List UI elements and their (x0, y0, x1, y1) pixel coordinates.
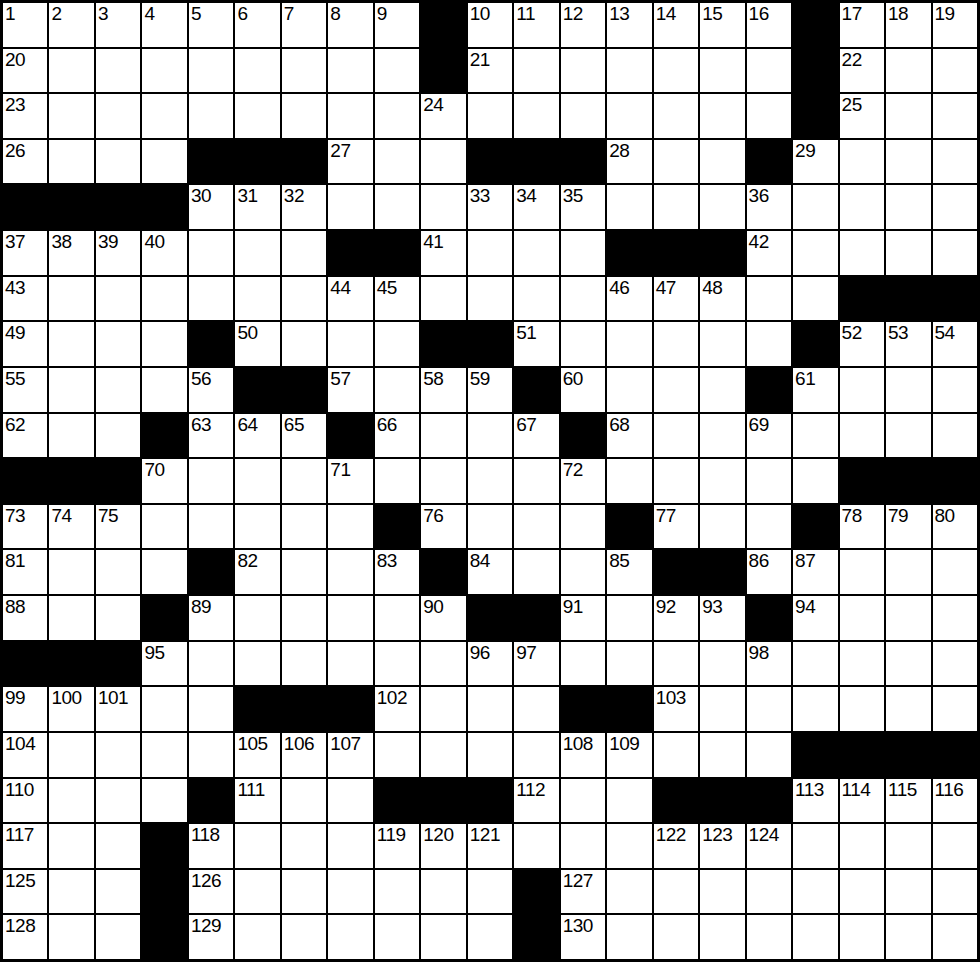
cell-8-2[interactable] (96, 368, 140, 412)
cell-11-0[interactable]: 73 (3, 505, 47, 549)
cell-10-12[interactable]: 72 (561, 459, 605, 503)
cell-12-16[interactable]: 86 (747, 550, 791, 594)
cell-6-17[interactable] (793, 277, 837, 321)
cell-4-14[interactable] (654, 185, 698, 229)
cell-4-9[interactable] (421, 185, 465, 229)
cell-9-6[interactable]: 65 (282, 414, 326, 458)
cell-0-2[interactable]: 3 (96, 3, 140, 47)
cell-17-2[interactable] (96, 779, 140, 823)
cell-19-14[interactable] (654, 870, 698, 914)
cell-0-18[interactable]: 17 (840, 3, 884, 47)
cell-5-0[interactable]: 37 (3, 231, 47, 275)
cell-6-6[interactable] (282, 277, 326, 321)
cell-15-17[interactable] (793, 687, 837, 731)
cell-7-13[interactable] (607, 322, 651, 366)
cell-6-3[interactable] (142, 277, 186, 321)
cell-17-11[interactable]: 112 (514, 779, 558, 823)
cell-10-16[interactable] (747, 459, 791, 503)
cell-19-1[interactable] (49, 870, 93, 914)
cell-15-1[interactable]: 100 (49, 687, 93, 731)
cell-2-3[interactable] (142, 94, 186, 138)
cell-2-0[interactable]: 23 (3, 94, 47, 138)
cell-19-18[interactable] (840, 870, 884, 914)
cell-10-14[interactable] (654, 459, 698, 503)
cell-7-7[interactable] (328, 322, 372, 366)
cell-14-19[interactable] (886, 642, 930, 686)
cell-4-18[interactable] (840, 185, 884, 229)
cell-15-8[interactable]: 102 (375, 687, 419, 731)
cell-20-14[interactable] (654, 915, 698, 959)
cell-18-6[interactable] (282, 824, 326, 868)
cell-8-9[interactable]: 58 (421, 368, 465, 412)
cell-5-6[interactable] (282, 231, 326, 275)
cell-14-17[interactable] (793, 642, 837, 686)
cell-15-4[interactable] (189, 687, 233, 731)
cell-15-18[interactable] (840, 687, 884, 731)
cell-11-3[interactable] (142, 505, 186, 549)
cell-14-3[interactable]: 95 (142, 642, 186, 686)
cell-4-8[interactable] (375, 185, 419, 229)
cell-10-5[interactable] (235, 459, 279, 503)
cell-4-13[interactable] (607, 185, 651, 229)
cell-14-20[interactable] (933, 642, 977, 686)
cell-14-7[interactable] (328, 642, 372, 686)
cell-9-14[interactable] (654, 414, 698, 458)
cell-9-8[interactable]: 66 (375, 414, 419, 458)
cell-11-20[interactable]: 80 (933, 505, 977, 549)
cell-19-19[interactable] (886, 870, 930, 914)
cell-4-6[interactable]: 32 (282, 185, 326, 229)
cell-16-2[interactable] (96, 733, 140, 777)
cell-15-3[interactable] (142, 687, 186, 731)
cell-17-17[interactable]: 113 (793, 779, 837, 823)
cell-11-14[interactable]: 77 (654, 505, 698, 549)
cell-1-18[interactable]: 22 (840, 49, 884, 93)
cell-3-8[interactable] (375, 140, 419, 184)
cell-5-3[interactable]: 40 (142, 231, 186, 275)
cell-1-14[interactable] (654, 49, 698, 93)
cell-8-13[interactable] (607, 368, 651, 412)
cell-13-8[interactable] (375, 596, 419, 640)
cell-6-13[interactable]: 46 (607, 277, 651, 321)
cell-12-17[interactable]: 87 (793, 550, 837, 594)
cell-4-7[interactable] (328, 185, 372, 229)
cell-4-4[interactable]: 30 (189, 185, 233, 229)
cell-13-19[interactable] (886, 596, 930, 640)
cell-4-16[interactable]: 36 (747, 185, 791, 229)
cell-8-8[interactable] (375, 368, 419, 412)
cell-19-20[interactable] (933, 870, 977, 914)
cell-19-15[interactable] (700, 870, 744, 914)
cell-13-15[interactable]: 93 (700, 596, 744, 640)
cell-13-7[interactable] (328, 596, 372, 640)
cell-15-14[interactable]: 103 (654, 687, 698, 731)
cell-9-10[interactable] (468, 414, 512, 458)
cell-6-16[interactable] (747, 277, 791, 321)
cell-12-11[interactable] (514, 550, 558, 594)
cell-15-11[interactable] (514, 687, 558, 731)
cell-18-10[interactable]: 121 (468, 824, 512, 868)
cell-14-8[interactable] (375, 642, 419, 686)
cell-18-13[interactable] (607, 824, 651, 868)
cell-8-0[interactable]: 55 (3, 368, 47, 412)
cell-2-4[interactable] (189, 94, 233, 138)
cell-17-12[interactable] (561, 779, 605, 823)
cell-17-19[interactable]: 115 (886, 779, 930, 823)
cell-1-4[interactable] (189, 49, 233, 93)
cell-18-17[interactable] (793, 824, 837, 868)
cell-10-6[interactable] (282, 459, 326, 503)
cell-17-0[interactable]: 110 (3, 779, 47, 823)
cell-14-15[interactable] (700, 642, 744, 686)
cell-1-7[interactable] (328, 49, 372, 93)
cell-12-7[interactable] (328, 550, 372, 594)
cell-11-16[interactable] (747, 505, 791, 549)
cell-1-10[interactable]: 21 (468, 49, 512, 93)
cell-3-20[interactable] (933, 140, 977, 184)
cell-19-4[interactable]: 126 (189, 870, 233, 914)
cell-13-0[interactable]: 88 (3, 596, 47, 640)
cell-6-2[interactable] (96, 277, 140, 321)
cell-1-11[interactable] (514, 49, 558, 93)
cell-18-5[interactable] (235, 824, 279, 868)
cell-19-17[interactable] (793, 870, 837, 914)
cell-10-11[interactable] (514, 459, 558, 503)
cell-0-15[interactable]: 15 (700, 3, 744, 47)
cell-7-12[interactable] (561, 322, 605, 366)
cell-2-7[interactable] (328, 94, 372, 138)
cell-6-1[interactable] (49, 277, 93, 321)
cell-0-20[interactable]: 19 (933, 3, 977, 47)
cell-14-5[interactable] (235, 642, 279, 686)
cell-6-0[interactable]: 43 (3, 277, 47, 321)
cell-7-5[interactable]: 50 (235, 322, 279, 366)
cell-8-15[interactable] (700, 368, 744, 412)
cell-1-0[interactable]: 20 (3, 49, 47, 93)
cell-10-15[interactable] (700, 459, 744, 503)
cell-7-1[interactable] (49, 322, 93, 366)
cell-12-3[interactable] (142, 550, 186, 594)
cell-2-9[interactable]: 24 (421, 94, 465, 138)
cell-4-20[interactable] (933, 185, 977, 229)
cell-17-13[interactable] (607, 779, 651, 823)
cell-5-1[interactable]: 38 (49, 231, 93, 275)
cell-18-20[interactable] (933, 824, 977, 868)
cell-3-19[interactable] (886, 140, 930, 184)
cell-17-20[interactable]: 116 (933, 779, 977, 823)
cell-17-18[interactable]: 114 (840, 779, 884, 823)
cell-18-8[interactable]: 119 (375, 824, 419, 868)
cell-2-5[interactable] (235, 94, 279, 138)
cell-20-19[interactable] (886, 915, 930, 959)
cell-2-1[interactable] (49, 94, 93, 138)
cell-0-10[interactable]: 10 (468, 3, 512, 47)
cell-11-5[interactable] (235, 505, 279, 549)
cell-18-19[interactable] (886, 824, 930, 868)
cell-0-0[interactable]: 1 (3, 3, 47, 47)
cell-13-14[interactable]: 92 (654, 596, 698, 640)
cell-16-5[interactable]: 105 (235, 733, 279, 777)
cell-19-9[interactable] (421, 870, 465, 914)
cell-7-20[interactable]: 54 (933, 322, 977, 366)
cell-18-0[interactable]: 117 (3, 824, 47, 868)
cell-2-13[interactable] (607, 94, 651, 138)
cell-6-15[interactable]: 48 (700, 277, 744, 321)
cell-9-0[interactable]: 62 (3, 414, 47, 458)
cell-14-12[interactable] (561, 642, 605, 686)
cell-2-18[interactable]: 25 (840, 94, 884, 138)
cell-11-19[interactable]: 79 (886, 505, 930, 549)
cell-3-13[interactable]: 28 (607, 140, 651, 184)
cell-0-16[interactable]: 16 (747, 3, 791, 47)
cell-17-3[interactable] (142, 779, 186, 823)
cell-8-4[interactable]: 56 (189, 368, 233, 412)
cell-12-12[interactable] (561, 550, 605, 594)
cell-19-10[interactable] (468, 870, 512, 914)
cell-5-16[interactable]: 42 (747, 231, 791, 275)
cell-16-3[interactable] (142, 733, 186, 777)
cell-16-4[interactable] (189, 733, 233, 777)
cell-20-4[interactable]: 129 (189, 915, 233, 959)
cell-3-2[interactable] (96, 140, 140, 184)
cell-18-11[interactable] (514, 824, 558, 868)
cell-5-11[interactable] (514, 231, 558, 275)
cell-9-20[interactable] (933, 414, 977, 458)
cell-0-7[interactable]: 8 (328, 3, 372, 47)
cell-18-18[interactable] (840, 824, 884, 868)
cell-12-2[interactable] (96, 550, 140, 594)
cell-7-19[interactable]: 53 (886, 322, 930, 366)
cell-20-8[interactable] (375, 915, 419, 959)
cell-0-12[interactable]: 12 (561, 3, 605, 47)
cell-6-9[interactable] (421, 277, 465, 321)
cell-1-8[interactable] (375, 49, 419, 93)
cell-7-0[interactable]: 49 (3, 322, 47, 366)
cell-11-11[interactable] (514, 505, 558, 549)
cell-3-14[interactable] (654, 140, 698, 184)
cell-8-20[interactable] (933, 368, 977, 412)
cell-3-0[interactable]: 26 (3, 140, 47, 184)
cell-10-8[interactable] (375, 459, 419, 503)
cell-1-16[interactable] (747, 49, 791, 93)
cell-9-9[interactable] (421, 414, 465, 458)
cell-5-5[interactable] (235, 231, 279, 275)
cell-1-12[interactable] (561, 49, 605, 93)
cell-5-9[interactable]: 41 (421, 231, 465, 275)
cell-19-6[interactable] (282, 870, 326, 914)
cell-3-1[interactable] (49, 140, 93, 184)
cell-2-20[interactable] (933, 94, 977, 138)
cell-20-12[interactable]: 130 (561, 915, 605, 959)
cell-16-6[interactable]: 106 (282, 733, 326, 777)
cell-11-7[interactable] (328, 505, 372, 549)
cell-7-8[interactable] (375, 322, 419, 366)
cell-2-8[interactable] (375, 94, 419, 138)
cell-2-14[interactable] (654, 94, 698, 138)
cell-19-5[interactable] (235, 870, 279, 914)
cell-0-11[interactable]: 11 (514, 3, 558, 47)
cell-11-12[interactable] (561, 505, 605, 549)
cell-14-9[interactable] (421, 642, 465, 686)
cell-3-7[interactable]: 27 (328, 140, 372, 184)
cell-11-4[interactable] (189, 505, 233, 549)
cell-20-6[interactable] (282, 915, 326, 959)
cell-5-20[interactable] (933, 231, 977, 275)
cell-9-18[interactable] (840, 414, 884, 458)
cell-8-19[interactable] (886, 368, 930, 412)
cell-10-4[interactable] (189, 459, 233, 503)
cell-0-14[interactable]: 14 (654, 3, 698, 47)
cell-9-13[interactable]: 68 (607, 414, 651, 458)
cell-18-14[interactable]: 122 (654, 824, 698, 868)
cell-7-3[interactable] (142, 322, 186, 366)
cell-19-13[interactable] (607, 870, 651, 914)
cell-8-18[interactable] (840, 368, 884, 412)
cell-12-10[interactable]: 84 (468, 550, 512, 594)
cell-5-2[interactable]: 39 (96, 231, 140, 275)
cell-5-17[interactable] (793, 231, 837, 275)
cell-11-1[interactable]: 74 (49, 505, 93, 549)
cell-7-16[interactable] (747, 322, 791, 366)
cell-5-10[interactable] (468, 231, 512, 275)
cell-14-11[interactable]: 97 (514, 642, 558, 686)
cell-8-12[interactable]: 60 (561, 368, 605, 412)
cell-14-6[interactable] (282, 642, 326, 686)
cell-15-16[interactable] (747, 687, 791, 731)
cell-1-2[interactable] (96, 49, 140, 93)
cell-3-18[interactable] (840, 140, 884, 184)
cell-1-19[interactable] (886, 49, 930, 93)
cell-20-16[interactable] (747, 915, 791, 959)
cell-4-11[interactable]: 34 (514, 185, 558, 229)
cell-7-11[interactable]: 51 (514, 322, 558, 366)
cell-16-7[interactable]: 107 (328, 733, 372, 777)
cell-14-18[interactable] (840, 642, 884, 686)
cell-6-7[interactable]: 44 (328, 277, 372, 321)
cell-11-18[interactable]: 78 (840, 505, 884, 549)
cell-4-12[interactable]: 35 (561, 185, 605, 229)
cell-14-16[interactable]: 98 (747, 642, 791, 686)
cell-0-3[interactable]: 4 (142, 3, 186, 47)
cell-6-4[interactable] (189, 277, 233, 321)
cell-19-7[interactable] (328, 870, 372, 914)
cell-9-5[interactable]: 64 (235, 414, 279, 458)
cell-3-3[interactable] (142, 140, 186, 184)
cell-9-16[interactable]: 69 (747, 414, 791, 458)
cell-0-8[interactable]: 9 (375, 3, 419, 47)
cell-16-9[interactable] (421, 733, 465, 777)
cell-11-2[interactable]: 75 (96, 505, 140, 549)
cell-9-17[interactable] (793, 414, 837, 458)
cell-10-10[interactable] (468, 459, 512, 503)
cell-0-4[interactable]: 5 (189, 3, 233, 47)
cell-7-15[interactable] (700, 322, 744, 366)
cell-13-17[interactable]: 94 (793, 596, 837, 640)
cell-20-10[interactable] (468, 915, 512, 959)
cell-16-13[interactable]: 109 (607, 733, 651, 777)
cell-6-14[interactable]: 47 (654, 277, 698, 321)
cell-16-0[interactable]: 104 (3, 733, 47, 777)
cell-16-8[interactable] (375, 733, 419, 777)
cell-0-13[interactable]: 13 (607, 3, 651, 47)
cell-12-5[interactable]: 82 (235, 550, 279, 594)
cell-20-18[interactable] (840, 915, 884, 959)
cell-16-11[interactable] (514, 733, 558, 777)
cell-20-7[interactable] (328, 915, 372, 959)
cell-2-11[interactable] (514, 94, 558, 138)
cell-1-13[interactable] (607, 49, 651, 93)
cell-12-18[interactable] (840, 550, 884, 594)
cell-19-0[interactable]: 125 (3, 870, 47, 914)
cell-16-14[interactable] (654, 733, 698, 777)
cell-2-12[interactable] (561, 94, 605, 138)
cell-17-1[interactable] (49, 779, 93, 823)
cell-8-17[interactable]: 61 (793, 368, 837, 412)
cell-2-16[interactable] (747, 94, 791, 138)
cell-20-13[interactable] (607, 915, 651, 959)
cell-8-10[interactable]: 59 (468, 368, 512, 412)
cell-18-9[interactable]: 120 (421, 824, 465, 868)
cell-6-11[interactable] (514, 277, 558, 321)
cell-11-10[interactable] (468, 505, 512, 549)
cell-13-18[interactable] (840, 596, 884, 640)
cell-12-8[interactable]: 83 (375, 550, 419, 594)
cell-16-15[interactable] (700, 733, 744, 777)
cell-9-4[interactable]: 63 (189, 414, 233, 458)
cell-2-6[interactable] (282, 94, 326, 138)
cell-1-5[interactable] (235, 49, 279, 93)
cell-7-2[interactable] (96, 322, 140, 366)
cell-16-10[interactable] (468, 733, 512, 777)
cell-4-5[interactable]: 31 (235, 185, 279, 229)
cell-0-5[interactable]: 6 (235, 3, 279, 47)
cell-5-18[interactable] (840, 231, 884, 275)
cell-9-2[interactable] (96, 414, 140, 458)
cell-4-19[interactable] (886, 185, 930, 229)
cell-6-12[interactable] (561, 277, 605, 321)
cell-8-14[interactable] (654, 368, 698, 412)
cell-15-15[interactable] (700, 687, 744, 731)
cell-9-15[interactable] (700, 414, 744, 458)
cell-7-6[interactable] (282, 322, 326, 366)
cell-14-10[interactable]: 96 (468, 642, 512, 686)
cell-10-9[interactable] (421, 459, 465, 503)
cell-18-16[interactable]: 124 (747, 824, 791, 868)
cell-1-15[interactable] (700, 49, 744, 93)
cell-2-2[interactable] (96, 94, 140, 138)
cell-1-6[interactable] (282, 49, 326, 93)
cell-7-14[interactable] (654, 322, 698, 366)
cell-3-9[interactable] (421, 140, 465, 184)
cell-17-6[interactable] (282, 779, 326, 823)
cell-11-15[interactable] (700, 505, 744, 549)
cell-16-12[interactable]: 108 (561, 733, 605, 777)
cell-19-2[interactable] (96, 870, 140, 914)
cell-7-18[interactable]: 52 (840, 322, 884, 366)
cell-12-20[interactable] (933, 550, 977, 594)
cell-20-5[interactable] (235, 915, 279, 959)
cell-4-10[interactable]: 33 (468, 185, 512, 229)
cell-20-9[interactable] (421, 915, 465, 959)
cell-0-1[interactable]: 2 (49, 3, 93, 47)
cell-10-17[interactable] (793, 459, 837, 503)
cell-10-7[interactable]: 71 (328, 459, 372, 503)
cell-2-19[interactable] (886, 94, 930, 138)
cell-19-8[interactable] (375, 870, 419, 914)
cell-17-5[interactable]: 111 (235, 779, 279, 823)
cell-0-19[interactable]: 18 (886, 3, 930, 47)
cell-1-3[interactable] (142, 49, 186, 93)
